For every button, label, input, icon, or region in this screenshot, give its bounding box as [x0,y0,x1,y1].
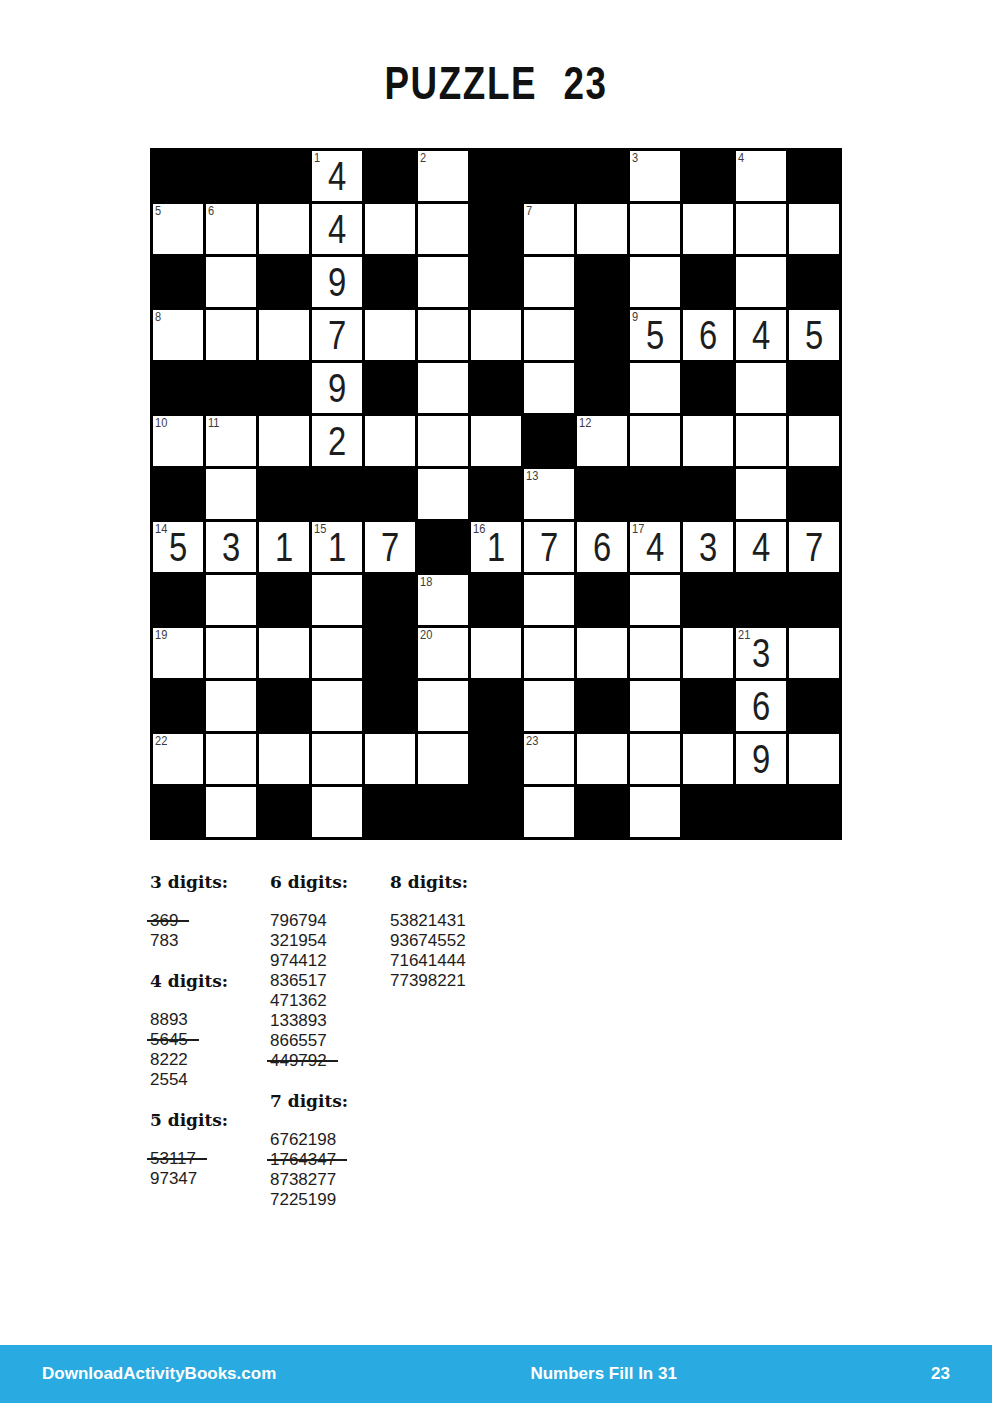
grid-cell[interactable] [524,681,574,731]
grid-cell[interactable] [630,363,680,413]
cell-digit: 9 [328,368,346,408]
black-cell [365,575,415,625]
grid-cell[interactable]: 7 [524,522,574,572]
black-cell [471,363,521,413]
black-cell [683,151,733,201]
cell-digit: 7 [805,527,823,567]
grid-cell[interactable]: 14 [312,151,362,201]
black-cell [524,151,574,201]
grid-cell[interactable]: 6 [683,310,733,360]
grid-cell[interactable] [577,734,627,784]
grid-cell[interactable]: 7 [365,522,415,572]
grid-cell[interactable] [683,416,733,466]
grid-cell[interactable] [736,469,786,519]
grid-cell[interactable] [524,257,574,307]
grid-cell[interactable]: 6 [736,681,786,731]
word-list-entry: 8893 [150,1010,268,1030]
grid-cell[interactable] [365,310,415,360]
black-cell [577,787,627,837]
grid-cell[interactable]: 161 [471,522,521,572]
page-title: PUZZLE 23 [99,60,893,106]
cell-digit: 5 [646,315,664,355]
black-cell [259,681,309,731]
grid-cell[interactable] [365,734,415,784]
grid-cell[interactable]: 4 [736,310,786,360]
word-list-entry: 866557 [270,1031,388,1051]
black-cell [577,681,627,731]
black-cell [577,363,627,413]
black-cell [471,204,521,254]
cell-digit: 1 [328,527,346,567]
word-list-entry: 6762198 [270,1130,388,1150]
word-list-column-2: 6 digits:7967943219549744128365174713621… [270,872,388,1230]
word-list-section: 6 digits:7967943219549744128365174713621… [270,872,388,1071]
cell-digit: 1 [275,527,293,567]
grid-cell[interactable]: 19 [153,628,203,678]
clue-number: 8 [155,310,161,324]
clue-number: 14 [155,522,167,536]
black-cell [683,363,733,413]
clue-number: 18 [420,575,432,589]
grid-cell[interactable]: 9 [312,363,362,413]
grid-cell[interactable] [736,416,786,466]
word-list-entry: 796794 [270,911,388,931]
cell-digit: 4 [328,209,346,249]
black-cell [683,681,733,731]
word-entry: 321954 [270,931,327,951]
black-cell [206,363,256,413]
grid-cell[interactable] [577,628,627,678]
grid-cell[interactable]: 18 [418,575,468,625]
black-cell [365,787,415,837]
clue-number: 10 [155,416,167,430]
cell-digit: 9 [328,262,346,302]
cell-digit: 4 [646,527,664,567]
grid-cell[interactable] [259,416,309,466]
word-entry: 2554 [150,1070,188,1090]
word-list-section: 3 digits:369783 [150,872,268,951]
grid-cell[interactable]: 174 [630,522,680,572]
word-entry: 8222 [150,1050,188,1070]
word-list-entry: 71641444 [390,951,508,971]
grid-cell[interactable] [630,787,680,837]
grid-cell[interactable] [312,575,362,625]
word-list-entry: 97347 [150,1169,268,1189]
word-list-entry: 1764347 [270,1150,388,1170]
word-entry: 6762198 [270,1130,336,1150]
grid-cell[interactable] [630,575,680,625]
black-cell [789,787,839,837]
black-cell [153,363,203,413]
grid-cell[interactable]: 3 [683,522,733,572]
word-list-entry: 449792 [270,1051,388,1071]
clue-number: 22 [155,734,167,748]
grid-cell[interactable] [206,787,256,837]
word-entry: 71641444 [390,951,466,971]
word-entry-struck: 5645 [150,1030,188,1050]
word-list-column-3: 8 digits:5382143193674552716414447739822… [390,872,508,1011]
grid-cell[interactable] [471,628,521,678]
black-cell [524,416,574,466]
grid-cell[interactable]: 11 [206,416,256,466]
grid-cell[interactable]: 8 [153,310,203,360]
word-entry-struck: 53117 [150,1149,196,1169]
word-entry: 8738277 [270,1170,336,1190]
black-cell [577,310,627,360]
word-list-entry: 369 [150,911,268,931]
grid-cell[interactable]: 22 [153,734,203,784]
grid-cell[interactable] [630,257,680,307]
cell-digit: 9 [752,739,770,779]
cell-digit: 6 [752,686,770,726]
grid-cell[interactable]: 1 [259,522,309,572]
black-cell [736,575,786,625]
clue-number: 6 [208,204,214,218]
clue-number: 11 [208,416,219,430]
black-cell [630,469,680,519]
word-entry: 866557 [270,1031,327,1051]
word-entry: 836517 [270,971,327,991]
black-cell [312,469,362,519]
black-cell [365,363,415,413]
word-list-entry: 8222 [150,1050,268,1070]
grid-cell[interactable] [524,363,574,413]
grid-cell[interactable]: 9 [312,257,362,307]
black-cell [153,469,203,519]
grid-cell[interactable] [259,628,309,678]
word-list-column-1: 3 digits:3697834 digits:8893564582222554… [150,872,268,1209]
grid-cell[interactable] [630,734,680,784]
word-list-heading: 4 digits: [150,971,268,991]
word-entry: 53821431 [390,911,466,931]
black-cell [418,787,468,837]
word-entry: 77398221 [390,971,466,991]
black-cell [789,469,839,519]
clue-number: 17 [632,522,644,536]
word-entry: 8893 [150,1010,188,1030]
black-cell [471,681,521,731]
footer-page-number: 23 [931,1364,950,1384]
grid-cell[interactable] [418,257,468,307]
grid-cell[interactable] [683,204,733,254]
cell-digit: 4 [752,315,770,355]
grid-cell[interactable] [312,628,362,678]
word-entry: 97347 [150,1169,197,1189]
black-cell [153,151,203,201]
cell-digit: 3 [222,527,240,567]
black-cell [365,469,415,519]
grid-cell[interactable]: 151 [312,522,362,572]
word-list-section: 5 digits:5311797347 [150,1110,268,1189]
black-cell [365,681,415,731]
grid-cell[interactable] [418,310,468,360]
black-cell [471,257,521,307]
word-entry: 7225199 [270,1190,336,1210]
word-list-entry: 836517 [270,971,388,991]
grid-cell[interactable] [524,628,574,678]
grid-cell[interactable]: 95 [630,310,680,360]
grid-cell[interactable] [418,681,468,731]
grid-cell[interactable] [524,787,574,837]
word-list-section: 7 digits:6762198176434787382777225199 [270,1091,388,1210]
black-cell [471,469,521,519]
grid-cell[interactable] [312,681,362,731]
cell-digit: 4 [752,527,770,567]
grid-cell[interactable]: 23 [524,734,574,784]
clue-number: 20 [420,628,432,642]
clue-number: 23 [526,734,538,748]
black-cell [577,575,627,625]
grid-cell[interactable] [471,310,521,360]
grid-cell[interactable] [206,734,256,784]
grid-cell[interactable] [365,416,415,466]
grid-cell[interactable] [365,204,415,254]
black-cell [365,257,415,307]
black-cell [789,681,839,731]
black-cell [471,575,521,625]
grid-cell[interactable] [630,416,680,466]
black-cell [789,575,839,625]
grid-cell[interactable] [418,204,468,254]
grid-cell[interactable]: 5 [789,310,839,360]
word-list-entry: 2554 [150,1070,268,1090]
grid-cell[interactable] [259,204,309,254]
word-list-entry: 8738277 [270,1170,388,1190]
word-list-entry: 471362 [270,991,388,1011]
word-entry-struck: 1764347 [270,1150,336,1170]
grid-cell[interactable]: 4 [736,522,786,572]
black-cell [153,575,203,625]
black-cell [471,787,521,837]
black-cell [206,151,256,201]
word-list-heading: 7 digits: [270,1091,388,1111]
black-cell [577,151,627,201]
word-list-entry: 974412 [270,951,388,971]
grid-cell[interactable] [471,416,521,466]
black-cell [259,257,309,307]
black-cell [577,257,627,307]
black-cell [683,787,733,837]
grid-cell[interactable]: 7 [312,310,362,360]
black-cell [683,575,733,625]
black-cell [365,628,415,678]
grid-cell[interactable] [789,204,839,254]
clue-number: 2 [420,151,426,165]
grid-cell[interactable]: 213 [736,628,786,678]
cell-digit: 3 [752,633,770,673]
grid-cell[interactable] [736,204,786,254]
black-cell [471,734,521,784]
word-entry: 93674552 [390,931,466,951]
footer-site-link[interactable]: DownloadActivityBooks.com [42,1364,276,1384]
clue-number: 4 [738,151,744,165]
grid-cell[interactable] [418,416,468,466]
grid-cell[interactable]: 3 [630,151,680,201]
cell-digit: 6 [593,527,611,567]
black-cell [259,151,309,201]
grid-cell[interactable]: 10 [153,416,203,466]
grid-cell[interactable]: 6 [206,204,256,254]
word-list-heading: 6 digits: [270,872,388,892]
grid-cell[interactable] [630,628,680,678]
cell-digit: 3 [699,527,717,567]
black-cell [577,469,627,519]
grid-cell[interactable] [736,363,786,413]
grid-cell[interactable]: 145 [153,522,203,572]
word-entry: 133893 [270,1011,327,1031]
word-list-entry: 93674552 [390,931,508,951]
black-cell [418,522,468,572]
clue-number: 3 [632,151,638,165]
black-cell [153,681,203,731]
word-list-entry: 133893 [270,1011,388,1031]
grid-cell[interactable] [206,628,256,678]
clue-number: 21 [738,628,750,642]
grid-cell[interactable] [789,628,839,678]
clue-number: 12 [579,416,591,430]
cell-digit: 5 [169,527,187,567]
grid-cell[interactable]: 20 [418,628,468,678]
cell-digit: 7 [328,315,346,355]
word-list-section: 4 digits:8893564582222554 [150,971,268,1090]
grid-cell[interactable] [206,257,256,307]
black-cell [471,151,521,201]
board: 1423456479879564591011212131453115171617… [150,148,842,840]
clue-number: 15 [314,522,326,536]
black-cell [789,363,839,413]
word-entry: 471362 [270,991,327,1011]
word-entry-struck: 449792 [270,1051,327,1071]
grid-cell[interactable] [630,681,680,731]
grid-cell[interactable] [206,469,256,519]
word-list-heading: 8 digits: [390,872,508,892]
grid-cell[interactable]: 12 [577,416,627,466]
grid-cell[interactable] [206,681,256,731]
black-cell [789,257,839,307]
black-cell [259,469,309,519]
grid-cell[interactable] [789,734,839,784]
grid-cell[interactable] [630,204,680,254]
word-list-section: 8 digits:5382143193674552716414447739822… [390,872,508,991]
black-cell [259,363,309,413]
grid-cell[interactable] [206,310,256,360]
cell-digit: 2 [328,421,346,461]
word-list-entry: 783 [150,931,268,951]
grid-cell[interactable] [418,734,468,784]
grid-cell[interactable] [418,363,468,413]
black-cell [683,469,733,519]
black-cell [153,787,203,837]
grid-cell[interactable]: 2 [312,416,362,466]
word-list-heading: 5 digits: [150,1110,268,1130]
black-cell [153,257,203,307]
black-cell [789,151,839,201]
clue-number: 7 [526,204,532,218]
grid-cell[interactable] [259,310,309,360]
word-list-entry: 7225199 [270,1190,388,1210]
grid-cell[interactable] [577,204,627,254]
black-cell [736,787,786,837]
grid-cell[interactable]: 7 [789,522,839,572]
grid-cell[interactable]: 3 [206,522,256,572]
grid-cell[interactable]: 7 [524,204,574,254]
clue-number: 13 [526,469,538,483]
black-cell [683,257,733,307]
grid-cell[interactable] [312,734,362,784]
cell-digit: 6 [699,315,717,355]
grid-cell[interactable]: 9 [736,734,786,784]
grid-cell[interactable] [206,575,256,625]
word-list-heading: 3 digits: [150,872,268,892]
grid-cell[interactable]: 4 [312,204,362,254]
black-cell [259,787,309,837]
black-cell [365,151,415,201]
black-cell [259,575,309,625]
grid-cell[interactable]: 4 [736,151,786,201]
clue-number: 1 [314,151,320,165]
word-entry: 974412 [270,951,327,971]
word-list-entry: 77398221 [390,971,508,991]
grid-cell[interactable] [789,416,839,466]
word-entry: 783 [150,931,178,951]
word-list-entry: 53117 [150,1149,268,1169]
grid-cell[interactable] [524,310,574,360]
word-entry-struck: 369 [150,911,178,931]
word-list-entry: 5645 [150,1030,268,1050]
grid-cell[interactable] [736,257,786,307]
footer-puzzle-type: Numbers Fill In 31 [530,1364,676,1384]
grid-cell[interactable]: 2 [418,151,468,201]
word-entry: 796794 [270,911,327,931]
cell-digit: 4 [328,156,346,196]
clue-number: 9 [632,310,638,324]
grid-cell[interactable]: 6 [577,522,627,572]
clue-number: 5 [155,204,161,218]
clue-number: 19 [155,628,167,642]
grid-cell[interactable]: 13 [524,469,574,519]
grid-cell[interactable] [259,734,309,784]
cell-digit: 5 [805,315,823,355]
grid-cell[interactable] [683,734,733,784]
grid-cell[interactable]: 5 [153,204,203,254]
grid-cell[interactable] [683,628,733,678]
grid-cell[interactable] [418,469,468,519]
word-list-entry: 321954 [270,931,388,951]
cell-digit: 7 [540,527,558,567]
grid-cell[interactable] [524,575,574,625]
grid-cell[interactable] [312,787,362,837]
footer-bar: DownloadActivityBooks.com Numbers Fill I… [0,1345,992,1403]
word-list-entry: 53821431 [390,911,508,931]
cell-digit: 7 [381,527,399,567]
cell-digit: 1 [487,527,505,567]
clue-number: 16 [473,522,485,536]
